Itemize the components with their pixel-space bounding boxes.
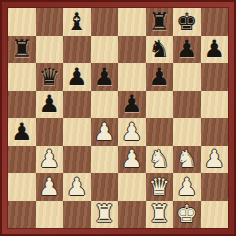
piece-white-pawn-c2[interactable]: ♟ <box>66 175 88 199</box>
piece-white-rook-d1[interactable]: ♜ <box>93 202 115 226</box>
square-a2[interactable] <box>8 173 36 201</box>
square-b7[interactable] <box>36 36 64 64</box>
square-d5[interactable] <box>91 91 119 119</box>
piece-black-pawn-h7[interactable]: ♟ <box>203 37 225 61</box>
square-e4[interactable]: ♟ <box>118 118 146 146</box>
square-d7[interactable] <box>91 36 119 64</box>
square-e6[interactable] <box>118 63 146 91</box>
square-h5[interactable] <box>201 91 229 119</box>
square-h2[interactable] <box>201 173 229 201</box>
piece-black-pawn-c6[interactable]: ♟ <box>66 65 88 89</box>
square-c3[interactable] <box>63 146 91 174</box>
piece-white-pawn-e3[interactable]: ♟ <box>121 147 143 171</box>
square-h4[interactable] <box>201 118 229 146</box>
square-f4[interactable] <box>146 118 174 146</box>
square-b6[interactable]: ♛ <box>36 63 64 91</box>
square-a7[interactable]: ♜ <box>8 36 36 64</box>
square-a4[interactable]: ♟ <box>8 118 36 146</box>
piece-black-pawn-e5[interactable]: ♟ <box>121 92 143 116</box>
piece-black-queen-b6[interactable]: ♛ <box>38 65 60 89</box>
piece-black-bishop-c8[interactable]: ♝ <box>66 10 88 34</box>
piece-white-rook-f1[interactable]: ♜ <box>148 202 170 226</box>
square-c2[interactable]: ♟ <box>63 173 91 201</box>
square-e3[interactable]: ♟ <box>118 146 146 174</box>
square-d2[interactable] <box>91 173 119 201</box>
square-f3[interactable]: ♞ <box>146 146 174 174</box>
square-h3[interactable]: ♟ <box>201 146 229 174</box>
square-f6[interactable]: ♟ <box>146 63 174 91</box>
square-g8[interactable]: ♚ <box>173 8 201 36</box>
square-c4[interactable] <box>63 118 91 146</box>
square-a6[interactable] <box>8 63 36 91</box>
square-c8[interactable]: ♝ <box>63 8 91 36</box>
square-g3[interactable]: ♞ <box>173 146 201 174</box>
square-a1[interactable] <box>8 201 36 229</box>
piece-black-king-g8[interactable]: ♚ <box>176 10 198 34</box>
piece-black-pawn-f6[interactable]: ♟ <box>148 65 170 89</box>
square-b3[interactable]: ♟ <box>36 146 64 174</box>
piece-white-knight-g3[interactable]: ♞ <box>176 147 198 171</box>
square-d4[interactable]: ♟ <box>91 118 119 146</box>
piece-black-rook-f8[interactable]: ♜ <box>148 10 170 34</box>
piece-black-pawn-d6[interactable]: ♟ <box>93 65 115 89</box>
piece-black-pawn-a4[interactable]: ♟ <box>11 120 33 144</box>
piece-white-king-g1[interactable]: ♚ <box>176 202 198 226</box>
square-a5[interactable] <box>8 91 36 119</box>
square-c7[interactable] <box>63 36 91 64</box>
piece-white-pawn-h3[interactable]: ♟ <box>203 147 225 171</box>
piece-black-pawn-b5[interactable]: ♟ <box>38 92 60 116</box>
square-g4[interactable] <box>173 118 201 146</box>
piece-white-pawn-d4[interactable]: ♟ <box>93 120 115 144</box>
chess-board: ♝♜♚♜♞♟♟♛♟♟♟♟♟♟♟♟♟♟♞♞♟♟♟♛♟♜♜♚ <box>8 8 228 228</box>
square-d1[interactable]: ♜ <box>91 201 119 229</box>
square-g1[interactable]: ♚ <box>173 201 201 229</box>
square-h8[interactable] <box>201 8 229 36</box>
square-b2[interactable]: ♟ <box>36 173 64 201</box>
square-d6[interactable]: ♟ <box>91 63 119 91</box>
square-h1[interactable] <box>201 201 229 229</box>
square-b8[interactable] <box>36 8 64 36</box>
piece-white-queen-f2[interactable]: ♛ <box>148 175 170 199</box>
piece-white-pawn-b3[interactable]: ♟ <box>38 147 60 171</box>
square-e1[interactable] <box>118 201 146 229</box>
square-h7[interactable]: ♟ <box>201 36 229 64</box>
piece-black-knight-f7[interactable]: ♞ <box>148 37 170 61</box>
square-f5[interactable] <box>146 91 174 119</box>
piece-white-pawn-g2[interactable]: ♟ <box>176 175 198 199</box>
square-e8[interactable] <box>118 8 146 36</box>
square-g7[interactable]: ♟ <box>173 36 201 64</box>
square-d8[interactable] <box>91 8 119 36</box>
square-d3[interactable] <box>91 146 119 174</box>
square-c5[interactable] <box>63 91 91 119</box>
board-frame: ♝♜♚♜♞♟♟♛♟♟♟♟♟♟♟♟♟♟♞♞♟♟♟♛♟♜♜♚ <box>0 0 236 236</box>
piece-white-pawn-b2[interactable]: ♟ <box>38 175 60 199</box>
piece-white-knight-f3[interactable]: ♞ <box>148 147 170 171</box>
square-e2[interactable] <box>118 173 146 201</box>
square-a8[interactable] <box>8 8 36 36</box>
square-g5[interactable] <box>173 91 201 119</box>
square-h6[interactable] <box>201 63 229 91</box>
square-b4[interactable] <box>36 118 64 146</box>
square-b5[interactable]: ♟ <box>36 91 64 119</box>
square-b1[interactable] <box>36 201 64 229</box>
square-f2[interactable]: ♛ <box>146 173 174 201</box>
square-c1[interactable] <box>63 201 91 229</box>
square-a3[interactable] <box>8 146 36 174</box>
piece-black-pawn-g7[interactable]: ♟ <box>176 37 198 61</box>
square-g6[interactable] <box>173 63 201 91</box>
square-f8[interactable]: ♜ <box>146 8 174 36</box>
square-f7[interactable]: ♞ <box>146 36 174 64</box>
square-f1[interactable]: ♜ <box>146 201 174 229</box>
piece-white-pawn-e4[interactable]: ♟ <box>121 120 143 144</box>
square-e5[interactable]: ♟ <box>118 91 146 119</box>
square-e7[interactable] <box>118 36 146 64</box>
square-g2[interactable]: ♟ <box>173 173 201 201</box>
piece-black-rook-a7[interactable]: ♜ <box>11 37 33 61</box>
square-c6[interactable]: ♟ <box>63 63 91 91</box>
